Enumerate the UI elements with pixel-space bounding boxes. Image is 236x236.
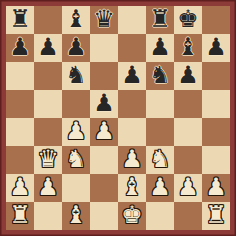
square-d5[interactable]: ♟ xyxy=(90,90,118,118)
square-b2[interactable]: ♟ xyxy=(34,174,62,202)
square-h3[interactable] xyxy=(202,146,230,174)
square-b6[interactable] xyxy=(34,62,62,90)
square-f5[interactable] xyxy=(146,90,174,118)
square-g6[interactable]: ♟ xyxy=(174,62,202,90)
square-c2[interactable] xyxy=(62,174,90,202)
square-b8[interactable] xyxy=(34,6,62,34)
square-e7[interactable] xyxy=(118,34,146,62)
black-pawn-piece[interactable]: ♟ xyxy=(65,34,87,61)
square-h2[interactable]: ♟ xyxy=(202,174,230,202)
square-a5[interactable] xyxy=(6,90,34,118)
square-f6[interactable]: ♞ xyxy=(146,62,174,90)
square-d7[interactable] xyxy=(90,34,118,62)
square-h6[interactable] xyxy=(202,62,230,90)
white-pawn-piece[interactable]: ♟ xyxy=(205,174,227,201)
square-h5[interactable] xyxy=(202,90,230,118)
black-pawn-piece[interactable]: ♟ xyxy=(9,34,31,61)
black-pawn-piece[interactable]: ♟ xyxy=(121,62,143,89)
square-b7[interactable]: ♟ xyxy=(34,34,62,62)
white-pawn-piece[interactable]: ♟ xyxy=(177,174,199,201)
white-bishop-piece[interactable]: ♝ xyxy=(121,174,143,201)
black-rook-piece[interactable]: ♜ xyxy=(9,6,31,33)
black-pawn-piece[interactable]: ♟ xyxy=(177,62,199,89)
square-g5[interactable] xyxy=(174,90,202,118)
square-c4[interactable]: ♟ xyxy=(62,118,90,146)
black-pawn-piece[interactable]: ♟ xyxy=(93,90,115,117)
square-a8[interactable]: ♜ xyxy=(6,6,34,34)
white-pawn-piece[interactable]: ♟ xyxy=(9,174,31,201)
square-b1[interactable] xyxy=(34,202,62,230)
white-king-piece[interactable]: ♚ xyxy=(121,202,143,229)
black-knight-piece[interactable]: ♞ xyxy=(149,62,171,89)
square-e6[interactable]: ♟ xyxy=(118,62,146,90)
square-a6[interactable] xyxy=(6,62,34,90)
square-g1[interactable] xyxy=(174,202,202,230)
black-knight-piece[interactable]: ♞ xyxy=(65,62,87,89)
square-h8[interactable] xyxy=(202,6,230,34)
square-f7[interactable]: ♟ xyxy=(146,34,174,62)
square-a4[interactable] xyxy=(6,118,34,146)
black-pawn-piece[interactable]: ♟ xyxy=(149,34,171,61)
square-a3[interactable] xyxy=(6,146,34,174)
square-d3[interactable] xyxy=(90,146,118,174)
square-a2[interactable]: ♟ xyxy=(6,174,34,202)
black-bishop-piece[interactable]: ♝ xyxy=(177,34,199,61)
square-f4[interactable] xyxy=(146,118,174,146)
square-g3[interactable] xyxy=(174,146,202,174)
square-f8[interactable]: ♜ xyxy=(146,6,174,34)
square-e1[interactable]: ♚ xyxy=(118,202,146,230)
square-a7[interactable]: ♟ xyxy=(6,34,34,62)
square-e2[interactable]: ♝ xyxy=(118,174,146,202)
black-bishop-piece[interactable]: ♝ xyxy=(65,6,87,33)
white-bishop-piece[interactable]: ♝ xyxy=(65,202,87,229)
square-c8[interactable]: ♝ xyxy=(62,6,90,34)
square-a1[interactable]: ♜ xyxy=(6,202,34,230)
square-d6[interactable] xyxy=(90,62,118,90)
square-d2[interactable] xyxy=(90,174,118,202)
square-c3[interactable]: ♞ xyxy=(62,146,90,174)
square-c6[interactable]: ♞ xyxy=(62,62,90,90)
square-b5[interactable] xyxy=(34,90,62,118)
white-pawn-piece[interactable]: ♟ xyxy=(149,174,171,201)
white-rook-piece[interactable]: ♜ xyxy=(205,202,227,229)
square-e8[interactable] xyxy=(118,6,146,34)
square-c1[interactable]: ♝ xyxy=(62,202,90,230)
square-b4[interactable] xyxy=(34,118,62,146)
board-frame: ♜♝♛♜♚♟♟♟♟♝♟♞♟♞♟♟♟♟♛♞♟♞♟♟♝♟♟♟♜♝♚♜ xyxy=(0,0,236,236)
square-f2[interactable]: ♟ xyxy=(146,174,174,202)
black-pawn-piece[interactable]: ♟ xyxy=(37,34,59,61)
white-rook-piece[interactable]: ♜ xyxy=(9,202,31,229)
square-h4[interactable] xyxy=(202,118,230,146)
white-pawn-piece[interactable]: ♟ xyxy=(37,174,59,201)
black-rook-piece[interactable]: ♜ xyxy=(149,6,171,33)
square-e4[interactable] xyxy=(118,118,146,146)
black-queen-piece[interactable]: ♛ xyxy=(93,6,115,33)
square-g2[interactable]: ♟ xyxy=(174,174,202,202)
square-g8[interactable]: ♚ xyxy=(174,6,202,34)
square-f1[interactable] xyxy=(146,202,174,230)
square-d4[interactable]: ♟ xyxy=(90,118,118,146)
square-c7[interactable]: ♟ xyxy=(62,34,90,62)
square-b3[interactable]: ♛ xyxy=(34,146,62,174)
square-e3[interactable]: ♟ xyxy=(118,146,146,174)
white-knight-piece[interactable]: ♞ xyxy=(149,146,171,173)
chess-board: ♜♝♛♜♚♟♟♟♟♝♟♞♟♞♟♟♟♟♛♞♟♞♟♟♝♟♟♟♜♝♚♜ xyxy=(6,6,230,230)
white-knight-piece[interactable]: ♞ xyxy=(65,146,87,173)
square-g7[interactable]: ♝ xyxy=(174,34,202,62)
white-queen-piece[interactable]: ♛ xyxy=(37,146,59,173)
black-king-piece[interactable]: ♚ xyxy=(177,6,199,33)
square-c5[interactable] xyxy=(62,90,90,118)
white-pawn-piece[interactable]: ♟ xyxy=(93,118,115,145)
square-d8[interactable]: ♛ xyxy=(90,6,118,34)
square-d1[interactable] xyxy=(90,202,118,230)
square-e5[interactable] xyxy=(118,90,146,118)
square-h1[interactable]: ♜ xyxy=(202,202,230,230)
black-pawn-piece[interactable]: ♟ xyxy=(205,34,227,61)
square-h7[interactable]: ♟ xyxy=(202,34,230,62)
square-g4[interactable] xyxy=(174,118,202,146)
square-f3[interactable]: ♞ xyxy=(146,146,174,174)
white-pawn-piece[interactable]: ♟ xyxy=(121,146,143,173)
white-pawn-piece[interactable]: ♟ xyxy=(65,118,87,145)
